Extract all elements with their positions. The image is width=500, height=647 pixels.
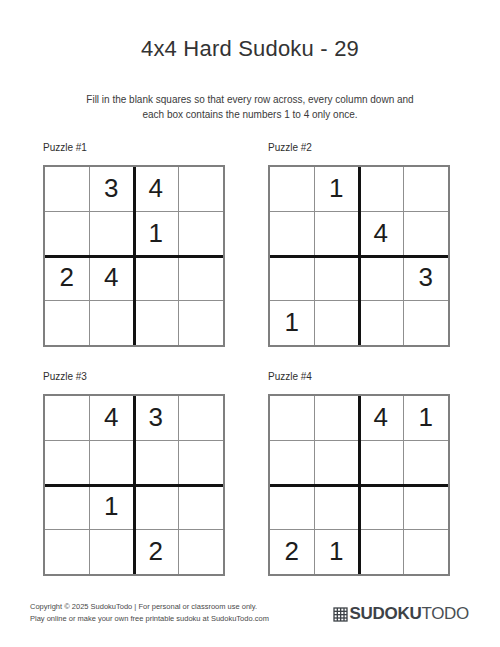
sudoku-cell-r4c4 (404, 530, 449, 575)
sudoku-cell-r2c3 (359, 441, 404, 486)
puzzle-4-label: Puzzle #4 (268, 371, 312, 382)
sudoku-cell-r3c2 (315, 256, 360, 301)
puzzle-3-grid: 4312 (43, 394, 225, 576)
sudoku-cell-r3c3 (134, 256, 179, 301)
sudoku-cell-r4c4 (179, 530, 224, 575)
sudoku-cell-r4c4 (179, 301, 224, 346)
sudoku-cell-r1c4 (179, 167, 224, 212)
copyright-line-2: Play online or make your own free printa… (30, 613, 269, 625)
sudoku-cell-r1c3: 3 (134, 396, 179, 441)
sudoku-cell-r1c2 (315, 396, 360, 441)
sudoku-cell-r1c3: 4 (359, 396, 404, 441)
sudoku-cell-r4c4 (404, 301, 449, 346)
sudoku-cell-r4c2 (315, 301, 360, 346)
sudoku-cell-r2c3: 4 (359, 212, 404, 257)
sudoku-cell-r1c3 (359, 167, 404, 212)
puzzle-4-grid: 4121 (268, 394, 450, 576)
sudoku-cell-r1c4 (179, 396, 224, 441)
sudoku-cell-r2c3 (134, 441, 179, 486)
sudoku-cell-r2c4 (179, 441, 224, 486)
sudoku-cell-r4c3 (359, 530, 404, 575)
sudoku-cell-r1c4: 1 (404, 396, 449, 441)
sudoku-cell-r2c2 (90, 212, 135, 257)
logo-text-sudoku: SUDOKU (350, 604, 422, 623)
sudoku-cell-r3c2: 1 (90, 485, 135, 530)
sudoku-cell-r1c1 (270, 396, 315, 441)
puzzle-2-grid: 1431 (268, 165, 450, 347)
sudoku-cell-r3c4 (179, 485, 224, 530)
sudoku-cell-r1c1 (270, 167, 315, 212)
puzzle-1: Puzzle #1 34124 (43, 142, 225, 348)
sudoku-cell-r4c2 (90, 530, 135, 575)
sudoku-cell-r3c1 (270, 485, 315, 530)
sudoku-cell-r3c3 (134, 485, 179, 530)
puzzle-2: Puzzle #2 1431 (268, 142, 450, 348)
sudoku-cell-r1c2: 3 (90, 167, 135, 212)
sudoku-cell-r1c1 (45, 396, 90, 441)
sudoku-cell-r3c3 (359, 256, 404, 301)
instructions-line-1: Fill in the blank squares so that every … (0, 92, 500, 107)
puzzle-2-label: Puzzle #2 (268, 142, 312, 153)
sudoku-cell-r3c1 (270, 256, 315, 301)
sudoku-cell-r1c1 (45, 167, 90, 212)
copyright-line-1: Copyright © 2025 SudokuTodo | For person… (30, 601, 269, 613)
sudoku-cell-r1c3: 4 (134, 167, 179, 212)
sudoku-cell-r3c2: 4 (90, 256, 135, 301)
puzzle-3: Puzzle #3 4312 (43, 371, 225, 577)
sudoku-cell-r2c4 (404, 441, 449, 486)
sudoku-cell-r2c1 (45, 441, 90, 486)
sudoku-cell-r3c1: 2 (45, 256, 90, 301)
sudoku-cell-r1c2: 1 (315, 167, 360, 212)
grid-icon (333, 607, 348, 622)
sudoku-cell-r3c4 (179, 256, 224, 301)
sudoku-cell-r2c3: 1 (134, 212, 179, 257)
sudoku-cell-r4c3 (359, 301, 404, 346)
sudoku-cell-r2c1 (45, 212, 90, 257)
sudoku-cell-r1c4 (404, 167, 449, 212)
sudoku-cell-r4c1 (45, 530, 90, 575)
sudoku-cell-r4c1: 2 (270, 530, 315, 575)
sudoku-cell-r2c2 (90, 441, 135, 486)
sudoku-cell-r3c2 (315, 485, 360, 530)
logo-text-todo: TODO (421, 604, 469, 623)
sudoku-cell-r4c3 (134, 301, 179, 346)
sudoku-cell-r2c1 (270, 212, 315, 257)
puzzle-3-label: Puzzle #3 (43, 371, 87, 382)
footer-copyright: Copyright © 2025 SudokuTodo | For person… (30, 601, 269, 625)
sudoku-cell-r3c1 (45, 485, 90, 530)
sudoku-cell-r1c2: 4 (90, 396, 135, 441)
sudoku-cell-r4c1: 1 (270, 301, 315, 346)
sudoku-cell-r2c4 (179, 212, 224, 257)
sudoku-cell-r4c2 (90, 301, 135, 346)
sudoku-cell-r2c2 (315, 212, 360, 257)
sudoku-cell-r3c3 (359, 485, 404, 530)
puzzle-4: Puzzle #4 4121 (268, 371, 450, 577)
sudoku-cell-r4c1 (45, 301, 90, 346)
page-title: 4x4 Hard Sudoku - 29 (0, 36, 500, 62)
instructions: Fill in the blank squares so that every … (0, 92, 500, 122)
sudoku-cell-r2c4 (404, 212, 449, 257)
instructions-line-2: each box contains the numbers 1 to 4 onl… (0, 107, 500, 122)
sudoku-cell-r4c2: 1 (315, 530, 360, 575)
sudoku-cell-r2c1 (270, 441, 315, 486)
puzzle-1-label: Puzzle #1 (43, 142, 87, 153)
sudoku-cell-r3c4: 3 (404, 256, 449, 301)
puzzle-1-grid: 34124 (43, 165, 225, 347)
sudoku-cell-r3c4 (404, 485, 449, 530)
sudokutodo-logo: SUDOKUTODO (333, 604, 469, 624)
sudoku-cell-r2c2 (315, 441, 360, 486)
sudoku-cell-r4c3: 2 (134, 530, 179, 575)
